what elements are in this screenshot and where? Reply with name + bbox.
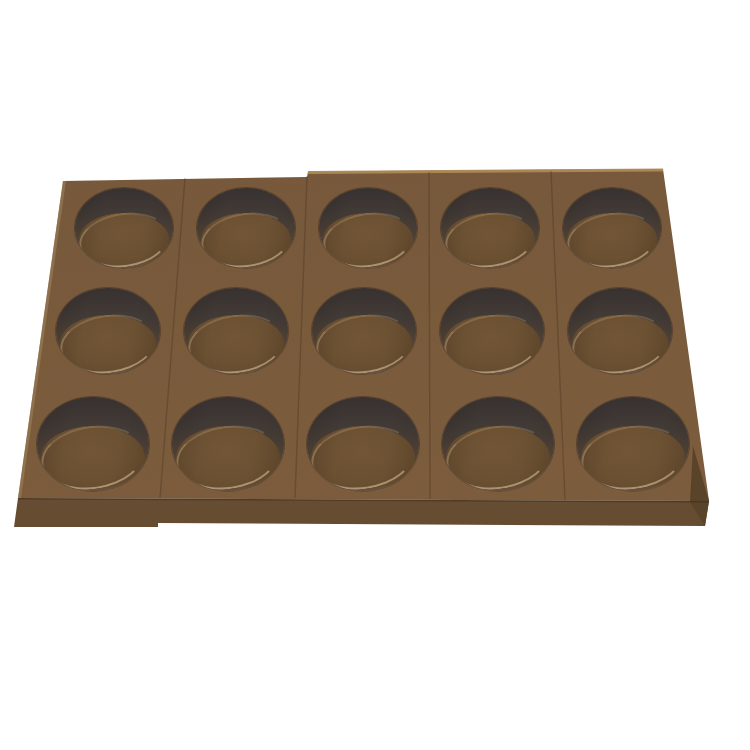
pit-r3-c2[interactable]	[172, 397, 284, 491]
pit-r1-c4[interactable]	[441, 188, 539, 268]
tray-stage	[0, 0, 750, 750]
pit-r1-c2[interactable]	[197, 188, 295, 268]
pit-r1-c1[interactable]	[75, 188, 173, 268]
pit-floor	[444, 315, 540, 373]
pit-floor	[60, 315, 156, 373]
pit-r3-c5[interactable]	[577, 397, 689, 491]
pit-r3-c3[interactable]	[307, 397, 419, 491]
pit-floor	[323, 213, 413, 267]
pit-floor	[581, 426, 684, 489]
pit-floor	[201, 213, 291, 267]
pit-r2-c3[interactable]	[312, 288, 416, 374]
pit-floor	[188, 315, 284, 373]
pit-floor	[567, 213, 657, 267]
pit-floor	[176, 426, 279, 489]
pit-r2-c2[interactable]	[184, 288, 288, 374]
pit-floor	[41, 426, 144, 489]
pit-floor	[445, 213, 535, 267]
pit-r1-c3[interactable]	[319, 188, 417, 268]
pit-r2-c5[interactable]	[568, 288, 672, 374]
pit-floor	[572, 315, 668, 373]
tray-top-surface	[0, 0, 750, 750]
pit-r2-c4[interactable]	[440, 288, 544, 374]
pit-r3-c4[interactable]	[442, 397, 554, 491]
pit-floor	[311, 426, 414, 489]
pit-floor	[79, 213, 169, 267]
pit-r1-c5[interactable]	[563, 188, 661, 268]
pit-r3-c1[interactable]	[37, 397, 149, 491]
pit-floor	[446, 426, 549, 489]
pit-floor	[316, 315, 412, 373]
pit-r2-c1[interactable]	[56, 288, 160, 374]
